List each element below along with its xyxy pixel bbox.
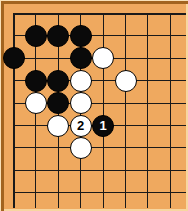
grid-line-horizontal (13, 13, 186, 15)
black-stone (70, 25, 92, 47)
black-stone (3, 47, 25, 69)
grid-line-horizontal (13, 192, 186, 193)
white-stone (47, 115, 69, 137)
black-stone (47, 92, 69, 114)
grid-line-vertical (13, 13, 15, 209)
black-stone (70, 47, 92, 69)
white-stone (25, 92, 47, 114)
white-stone (70, 70, 92, 92)
grid-line-horizontal (13, 147, 186, 148)
black-stone (47, 25, 69, 47)
white-stone (70, 137, 92, 159)
grid-line-horizontal (13, 170, 186, 171)
go-board-diagram: 21 (0, 0, 188, 211)
white-stone (115, 70, 137, 92)
white-stone (70, 92, 92, 114)
grid-line-vertical (125, 13, 126, 209)
white-stone-move-2: 2 (70, 115, 92, 137)
grid-line-vertical (103, 13, 104, 209)
black-stone-move-1: 1 (92, 115, 114, 137)
black-stone (25, 70, 47, 92)
grid-line-vertical (147, 13, 148, 209)
white-stone (92, 47, 114, 69)
black-stone (25, 25, 47, 47)
grid-line-vertical (170, 13, 171, 209)
black-stone (47, 70, 69, 92)
